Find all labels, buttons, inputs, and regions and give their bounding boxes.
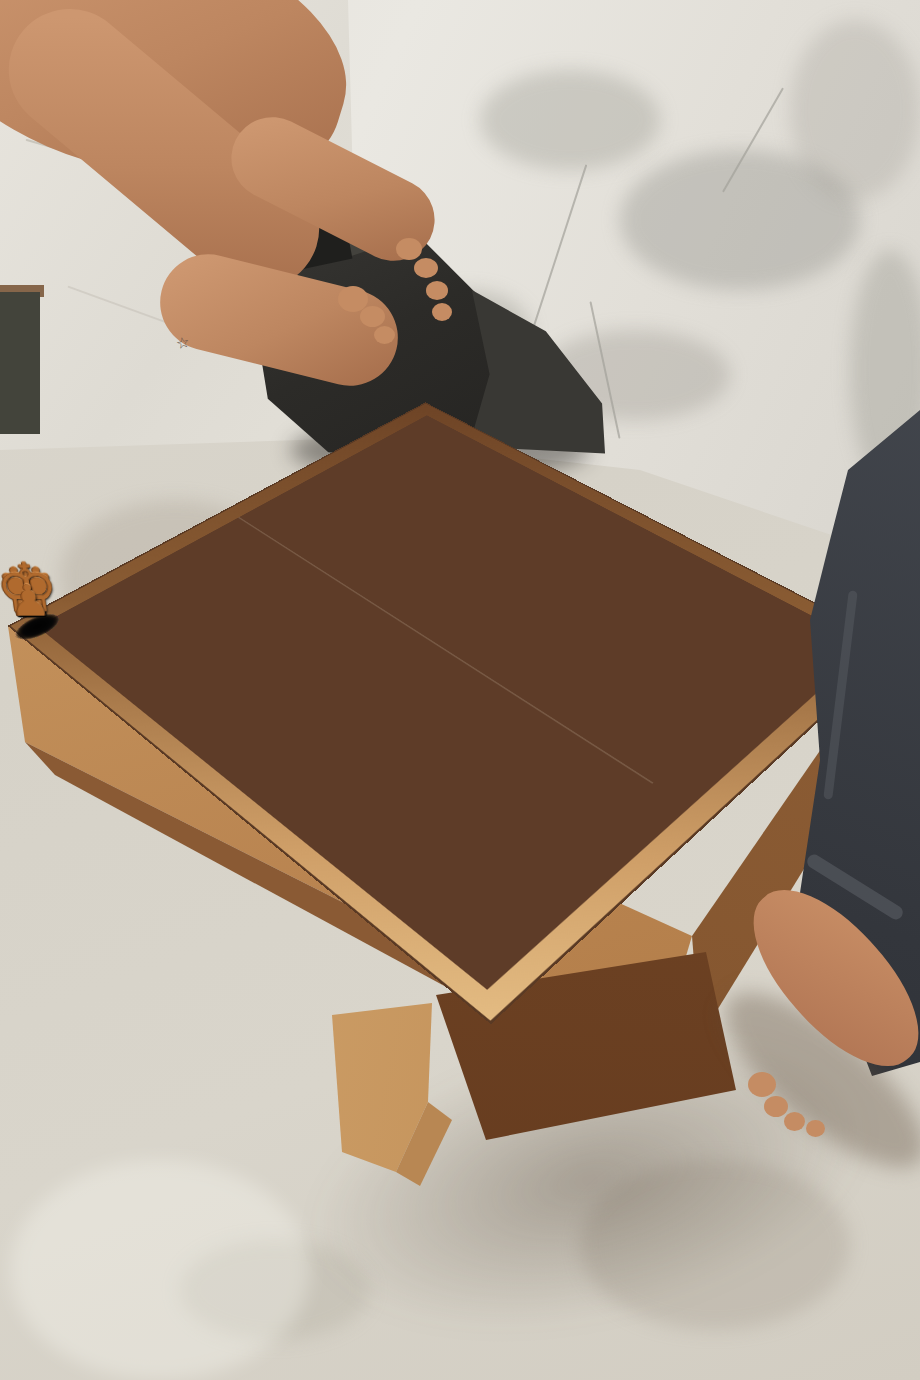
toe	[764, 1096, 788, 1117]
white-pawn-f1[interactable]: ♟	[6, 580, 52, 623]
floor-bright-patch	[10, 1160, 310, 1380]
photo-scene: ♛♝♜♚♝♟♜♞♟♞♟♟♟♟♟♝♜♛♟♚♟♟ ☆	[0, 0, 920, 1380]
toe	[432, 303, 452, 321]
side-furniture	[0, 292, 40, 434]
toe	[748, 1072, 776, 1097]
toe	[374, 326, 395, 344]
wall-stain	[790, 20, 920, 200]
toe	[360, 306, 385, 327]
wall-stain	[480, 70, 660, 170]
toe	[426, 281, 448, 300]
toe	[784, 1112, 805, 1131]
toe	[806, 1120, 825, 1137]
toe	[396, 238, 422, 260]
toe	[414, 258, 438, 278]
